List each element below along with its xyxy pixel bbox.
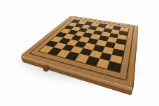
square-c3 <box>66 39 78 46</box>
square-c1 <box>56 49 70 58</box>
square-f4 <box>96 40 107 47</box>
photo-background <box>0 0 159 106</box>
square-g4 <box>105 41 116 48</box>
square-a2 <box>45 40 58 47</box>
square-g3 <box>102 46 114 54</box>
square-h6 <box>117 34 127 40</box>
square-g1 <box>96 59 110 69</box>
square-a1 <box>39 45 53 53</box>
square-d4 <box>79 36 90 42</box>
clasp-knob <box>43 65 49 71</box>
square-e2 <box>79 48 92 56</box>
square-b2 <box>53 42 66 49</box>
square-a3 <box>51 36 63 42</box>
square-d1 <box>65 52 79 61</box>
square-g5 <box>107 37 117 43</box>
square-h1 <box>107 61 121 72</box>
chess-box <box>20 16 138 89</box>
square-e4 <box>87 38 98 44</box>
square-d3 <box>75 41 87 48</box>
square-g2 <box>99 52 112 61</box>
square-b1 <box>47 47 61 55</box>
square-f2 <box>89 50 102 59</box>
square-f5 <box>98 35 109 41</box>
square-f1 <box>85 56 99 66</box>
square-h2 <box>110 54 123 64</box>
square-h4 <box>114 43 125 50</box>
square-e3 <box>83 43 95 50</box>
square-b3 <box>58 38 70 44</box>
square-h3 <box>112 48 124 56</box>
square-f3 <box>93 44 105 52</box>
square-h5 <box>116 38 126 45</box>
square-c2 <box>62 44 75 52</box>
square-d2 <box>70 46 83 54</box>
square-e1 <box>75 54 89 63</box>
